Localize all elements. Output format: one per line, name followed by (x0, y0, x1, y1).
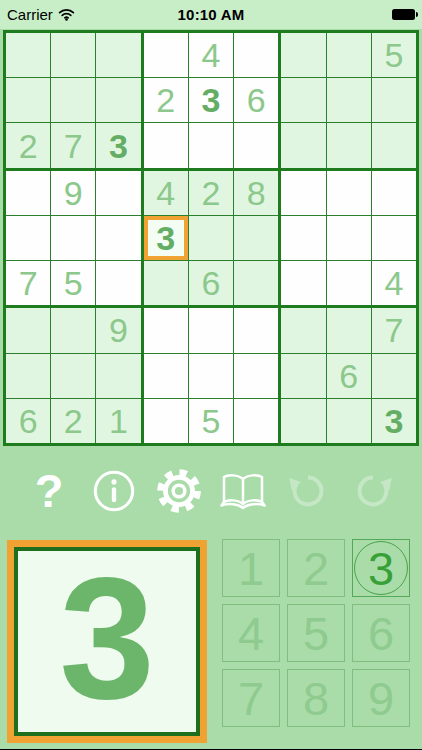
cell-r6c9[interactable]: 4 (372, 261, 416, 305)
cell-r6c3[interactable] (96, 261, 140, 305)
cell-r8c9[interactable] (372, 354, 416, 398)
cell-r3c2[interactable]: 7 (51, 123, 95, 167)
cell-r2c4[interactable]: 2 (144, 78, 188, 122)
numpad-5[interactable]: 5 (287, 604, 345, 662)
cell-r5c8[interactable] (327, 216, 371, 260)
cell-r6c7[interactable] (281, 261, 325, 305)
wifi-icon (58, 8, 75, 21)
cell-r9c1[interactable]: 6 (6, 399, 50, 443)
numpad-4[interactable]: 4 (222, 604, 280, 662)
cell-r2c9[interactable] (372, 78, 416, 122)
cell-r2c5[interactable]: 3 (189, 78, 233, 122)
cell-r5c6[interactable] (234, 216, 278, 260)
input-panel: 3 123456789 (0, 535, 422, 750)
undo-button[interactable] (285, 465, 331, 517)
box-1: 273 (6, 33, 141, 168)
cell-r5c7[interactable] (281, 216, 325, 260)
numpad-8[interactable]: 8 (287, 669, 345, 727)
cell-r2c6[interactable]: 6 (234, 78, 278, 122)
selected-digit-preview: 3 (7, 540, 207, 743)
cell-r9c9[interactable]: 3 (372, 399, 416, 443)
settings-button[interactable] (156, 465, 202, 517)
numpad-3[interactable]: 3 (352, 539, 410, 597)
box-9: 763 (281, 308, 416, 443)
cell-r6c2[interactable]: 5 (51, 261, 95, 305)
cell-r6c4[interactable] (144, 261, 188, 305)
cell-r5c1[interactable] (6, 216, 50, 260)
cell-r3c6[interactable] (234, 123, 278, 167)
app-root: Carrier 10:10 AM 27342365975428364962157… (0, 0, 422, 750)
cell-r8c3[interactable] (96, 354, 140, 398)
cell-r1c9[interactable]: 5 (372, 33, 416, 77)
cell-r3c5[interactable] (189, 123, 233, 167)
undo-arrow-icon (285, 468, 331, 514)
cell-r9c7[interactable] (281, 399, 325, 443)
open-book-icon (218, 468, 268, 514)
numpad-1[interactable]: 1 (222, 539, 280, 597)
box-5: 42836 (144, 171, 279, 306)
cell-r3c1[interactable]: 2 (6, 123, 50, 167)
cell-r7c7[interactable] (281, 308, 325, 352)
cell-r5c3[interactable] (96, 216, 140, 260)
cell-r7c6[interactable] (234, 308, 278, 352)
cell-r7c3[interactable]: 9 (96, 308, 140, 352)
box-8: 5 (144, 308, 279, 443)
cell-r2c2[interactable] (51, 78, 95, 122)
cell-r6c1[interactable]: 7 (6, 261, 50, 305)
cell-r7c8[interactable] (327, 308, 371, 352)
question-mark-icon: ? (35, 467, 64, 514)
cell-r6c6[interactable] (234, 261, 278, 305)
cell-r9c2[interactable]: 2 (51, 399, 95, 443)
cell-r9c4[interactable] (144, 399, 188, 443)
redo-arrow-icon (350, 468, 396, 514)
cell-r4c7[interactable] (281, 171, 325, 215)
cell-r5c2[interactable] (51, 216, 95, 260)
numpad-2[interactable]: 2 (287, 539, 345, 597)
carrier-label: Carrier (7, 6, 53, 23)
cell-r1c4[interactable] (144, 33, 188, 77)
cell-r2c8[interactable] (327, 78, 371, 122)
cell-r9c6[interactable] (234, 399, 278, 443)
cell-r2c3[interactable] (96, 78, 140, 122)
box-4: 975 (6, 171, 141, 306)
battery-icon (392, 9, 415, 20)
cell-r9c8[interactable] (327, 399, 371, 443)
cell-r6c8[interactable] (327, 261, 371, 305)
cell-r3c9[interactable] (372, 123, 416, 167)
box-6: 4 (281, 171, 416, 306)
cell-r4c3[interactable] (96, 171, 140, 215)
cell-r7c1[interactable] (6, 308, 50, 352)
cell-r9c3[interactable]: 1 (96, 399, 140, 443)
cell-r3c7[interactable] (281, 123, 325, 167)
info-button[interactable] (91, 465, 137, 517)
cell-r8c7[interactable] (281, 354, 325, 398)
cell-r7c4[interactable] (144, 308, 188, 352)
cell-r3c3[interactable]: 3 (96, 123, 140, 167)
cell-r6c5[interactable]: 6 (189, 261, 233, 305)
info-circle-icon (91, 468, 137, 514)
cell-r8c8[interactable]: 6 (327, 354, 371, 398)
cell-r1c6[interactable] (234, 33, 278, 77)
cell-r4c1[interactable] (6, 171, 50, 215)
cell-r4c2[interactable]: 9 (51, 171, 95, 215)
box-2: 4236 (144, 33, 279, 168)
status-bar: Carrier 10:10 AM (0, 0, 422, 29)
cell-r8c2[interactable] (51, 354, 95, 398)
selected-digit: 3 (59, 552, 155, 724)
box-3: 5 (281, 33, 416, 168)
cell-r7c2[interactable] (51, 308, 95, 352)
numpad-6[interactable]: 6 (352, 604, 410, 662)
sudoku-board: 2734236597542836496215763 (3, 30, 419, 446)
cell-r8c6[interactable] (234, 354, 278, 398)
cell-r4c5[interactable]: 2 (189, 171, 233, 215)
cell-r9c5[interactable]: 5 (189, 399, 233, 443)
cell-r1c7[interactable] (281, 33, 325, 77)
gear-icon (154, 466, 204, 516)
cell-r1c5[interactable]: 4 (189, 33, 233, 77)
cell-r7c5[interactable] (189, 308, 233, 352)
rules-button[interactable] (220, 465, 266, 517)
cell-r2c1[interactable] (6, 78, 50, 122)
cell-r5c5[interactable] (189, 216, 233, 260)
numpad-9[interactable]: 9 (352, 669, 410, 727)
selected-digit-preview-inner: 3 (14, 547, 200, 736)
help-button[interactable]: ? (26, 465, 72, 517)
numpad-7[interactable]: 7 (222, 669, 280, 727)
cell-r1c3[interactable] (96, 33, 140, 77)
cell-r3c8[interactable] (327, 123, 371, 167)
cell-r8c1[interactable] (6, 354, 50, 398)
cell-r3c4[interactable] (144, 123, 188, 167)
cell-r7c9[interactable]: 7 (372, 308, 416, 352)
cell-r8c5[interactable] (189, 354, 233, 398)
cell-r4c9[interactable] (372, 171, 416, 215)
number-pad: 123456789 (222, 539, 410, 727)
cell-r5c4[interactable]: 3 (144, 216, 188, 260)
redo-button[interactable] (350, 465, 396, 517)
cell-r2c7[interactable] (281, 78, 325, 122)
cell-r1c2[interactable] (51, 33, 95, 77)
box-7: 9621 (6, 308, 141, 443)
cell-r1c8[interactable] (327, 33, 371, 77)
toolbar: ? (0, 446, 422, 535)
cell-r4c6[interactable]: 8 (234, 171, 278, 215)
cell-r4c4[interactable]: 4 (144, 171, 188, 215)
cell-r1c1[interactable] (6, 33, 50, 77)
cell-r4c8[interactable] (327, 171, 371, 215)
cell-r8c4[interactable] (144, 354, 188, 398)
cell-r5c9[interactable] (372, 216, 416, 260)
